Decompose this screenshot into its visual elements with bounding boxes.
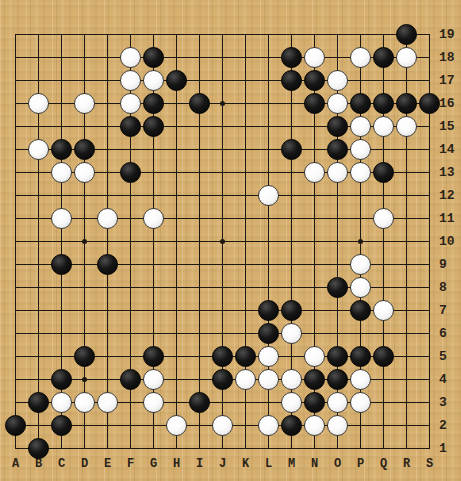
- white-stone-O16[interactable]: [327, 93, 348, 114]
- col-label-N: N: [303, 454, 326, 474]
- col-label-O: O: [326, 454, 349, 474]
- black-stone-Q16[interactable]: [373, 93, 394, 114]
- black-stone-G15[interactable]: [143, 116, 164, 137]
- white-stone-B14[interactable]: [28, 139, 49, 160]
- white-stone-P18[interactable]: [350, 47, 371, 68]
- white-stone-D13[interactable]: [74, 162, 95, 183]
- black-stone-F15[interactable]: [120, 116, 141, 137]
- col-label-L: L: [257, 454, 280, 474]
- row-label-13: 13: [437, 161, 461, 184]
- row-label-12: 12: [437, 184, 461, 207]
- black-stone-S16[interactable]: [419, 93, 440, 114]
- row-label-9: 9: [437, 253, 461, 276]
- row-label-5: 5: [437, 345, 461, 368]
- white-stone-D16[interactable]: [74, 93, 95, 114]
- black-stone-Q18[interactable]: [373, 47, 394, 68]
- white-stone-P9[interactable]: [350, 254, 371, 275]
- white-stone-M3[interactable]: [281, 392, 302, 413]
- col-label-A: A: [4, 454, 27, 474]
- white-stone-L5[interactable]: [258, 346, 279, 367]
- black-stone-J4[interactable]: [212, 369, 233, 390]
- row-label-19: 19: [437, 23, 461, 46]
- row-label-6: 6: [437, 322, 461, 345]
- black-stone-C14[interactable]: [51, 139, 72, 160]
- black-stone-N17[interactable]: [304, 70, 325, 91]
- white-stone-K4[interactable]: [235, 369, 256, 390]
- black-stone-E9[interactable]: [97, 254, 118, 275]
- white-stone-R15[interactable]: [396, 116, 417, 137]
- black-stone-M14[interactable]: [281, 139, 302, 160]
- col-label-M: M: [280, 454, 303, 474]
- col-label-P: P: [349, 454, 372, 474]
- white-stone-R18[interactable]: [396, 47, 417, 68]
- black-stone-D5[interactable]: [74, 346, 95, 367]
- black-stone-L7[interactable]: [258, 300, 279, 321]
- row-label-15: 15: [437, 115, 461, 138]
- white-stone-C11[interactable]: [51, 208, 72, 229]
- black-stone-O5[interactable]: [327, 346, 348, 367]
- row-label-17: 17: [437, 69, 461, 92]
- white-stone-G4[interactable]: [143, 369, 164, 390]
- row-label-16: 16: [437, 92, 461, 115]
- white-stone-N5[interactable]: [304, 346, 325, 367]
- white-stone-E3[interactable]: [97, 392, 118, 413]
- black-stone-O4[interactable]: [327, 369, 348, 390]
- black-stone-O8[interactable]: [327, 277, 348, 298]
- white-stone-M4[interactable]: [281, 369, 302, 390]
- white-stone-P14[interactable]: [350, 139, 371, 160]
- row-label-1: 1: [437, 437, 461, 460]
- black-stone-A2[interactable]: [5, 415, 26, 436]
- row-label-8: 8: [437, 276, 461, 299]
- white-stone-G17[interactable]: [143, 70, 164, 91]
- white-stone-N2[interactable]: [304, 415, 325, 436]
- black-stone-R16[interactable]: [396, 93, 417, 114]
- star-point-P10: [358, 239, 363, 244]
- black-stone-I3[interactable]: [189, 392, 210, 413]
- goban: ABCDEFGHIJKLMNOPQRS 19181716151413121110…: [0, 0, 461, 481]
- black-stone-C9[interactable]: [51, 254, 72, 275]
- black-stone-L6[interactable]: [258, 323, 279, 344]
- black-stone-C2[interactable]: [51, 415, 72, 436]
- white-stone-L4[interactable]: [258, 369, 279, 390]
- black-stone-H17[interactable]: [166, 70, 187, 91]
- col-label-I: I: [188, 454, 211, 474]
- star-point-D10: [82, 239, 87, 244]
- row-label-4: 4: [437, 368, 461, 391]
- black-stone-Q13[interactable]: [373, 162, 394, 183]
- white-stone-P3[interactable]: [350, 392, 371, 413]
- black-stone-O14[interactable]: [327, 139, 348, 160]
- black-stone-B3[interactable]: [28, 392, 49, 413]
- black-stone-M2[interactable]: [281, 415, 302, 436]
- white-stone-O3[interactable]: [327, 392, 348, 413]
- white-stone-Q7[interactable]: [373, 300, 394, 321]
- row-label-10: 10: [437, 230, 461, 253]
- white-stone-F16[interactable]: [120, 93, 141, 114]
- black-stone-I16[interactable]: [189, 93, 210, 114]
- black-stone-B1[interactable]: [28, 438, 49, 459]
- row-label-3: 3: [437, 391, 461, 414]
- white-stone-L12[interactable]: [258, 185, 279, 206]
- white-stone-Q15[interactable]: [373, 116, 394, 137]
- black-stone-P7[interactable]: [350, 300, 371, 321]
- black-stone-P16[interactable]: [350, 93, 371, 114]
- white-stone-E11[interactable]: [97, 208, 118, 229]
- black-stone-J5[interactable]: [212, 346, 233, 367]
- white-stone-O13[interactable]: [327, 162, 348, 183]
- black-stone-N3[interactable]: [304, 392, 325, 413]
- black-stone-Q5[interactable]: [373, 346, 394, 367]
- col-label-D: D: [73, 454, 96, 474]
- black-stone-D14[interactable]: [74, 139, 95, 160]
- black-stone-G18[interactable]: [143, 47, 164, 68]
- col-label-G: G: [142, 454, 165, 474]
- row-label-2: 2: [437, 414, 461, 437]
- black-stone-K5[interactable]: [235, 346, 256, 367]
- white-stone-F17[interactable]: [120, 70, 141, 91]
- black-stone-O15[interactable]: [327, 116, 348, 137]
- white-stone-N13[interactable]: [304, 162, 325, 183]
- row-label-7: 7: [437, 299, 461, 322]
- black-stone-F4[interactable]: [120, 369, 141, 390]
- star-point-J16: [220, 101, 225, 106]
- col-label-C: C: [50, 454, 73, 474]
- black-stone-M17[interactable]: [281, 70, 302, 91]
- white-stone-C3[interactable]: [51, 392, 72, 413]
- star-point-D4: [82, 377, 87, 382]
- white-stone-N18[interactable]: [304, 47, 325, 68]
- white-stone-Q11[interactable]: [373, 208, 394, 229]
- black-stone-M7[interactable]: [281, 300, 302, 321]
- board-intersections[interactable]: [4, 23, 441, 460]
- white-stone-C13[interactable]: [51, 162, 72, 183]
- white-stone-P4[interactable]: [350, 369, 371, 390]
- white-stone-B16[interactable]: [28, 93, 49, 114]
- white-stone-H2[interactable]: [166, 415, 187, 436]
- black-stone-N4[interactable]: [304, 369, 325, 390]
- row-label-18: 18: [437, 46, 461, 69]
- row-labels: 19181716151413121110987654321: [437, 23, 461, 460]
- black-stone-R19[interactable]: [396, 24, 417, 45]
- black-stone-C4[interactable]: [51, 369, 72, 390]
- row-label-11: 11: [437, 207, 461, 230]
- black-stone-N16[interactable]: [304, 93, 325, 114]
- white-stone-P13[interactable]: [350, 162, 371, 183]
- star-point-J10: [220, 239, 225, 244]
- col-label-E: E: [96, 454, 119, 474]
- black-stone-G16[interactable]: [143, 93, 164, 114]
- white-stone-L2[interactable]: [258, 415, 279, 436]
- white-stone-O17[interactable]: [327, 70, 348, 91]
- black-stone-M18[interactable]: [281, 47, 302, 68]
- column-labels: ABCDEFGHIJKLMNOPQRS: [4, 454, 441, 474]
- white-stone-O2[interactable]: [327, 415, 348, 436]
- black-stone-F13[interactable]: [120, 162, 141, 183]
- col-label-K: K: [234, 454, 257, 474]
- white-stone-P15[interactable]: [350, 116, 371, 137]
- white-stone-G3[interactable]: [143, 392, 164, 413]
- col-label-R: R: [395, 454, 418, 474]
- row-label-14: 14: [437, 138, 461, 161]
- black-stone-G5[interactable]: [143, 346, 164, 367]
- white-stone-J2[interactable]: [212, 415, 233, 436]
- white-stone-D3[interactable]: [74, 392, 95, 413]
- white-stone-P8[interactable]: [350, 277, 371, 298]
- col-label-F: F: [119, 454, 142, 474]
- white-stone-F18[interactable]: [120, 47, 141, 68]
- col-label-H: H: [165, 454, 188, 474]
- col-label-J: J: [211, 454, 234, 474]
- black-stone-P5[interactable]: [350, 346, 371, 367]
- col-label-Q: Q: [372, 454, 395, 474]
- white-stone-G11[interactable]: [143, 208, 164, 229]
- white-stone-M6[interactable]: [281, 323, 302, 344]
